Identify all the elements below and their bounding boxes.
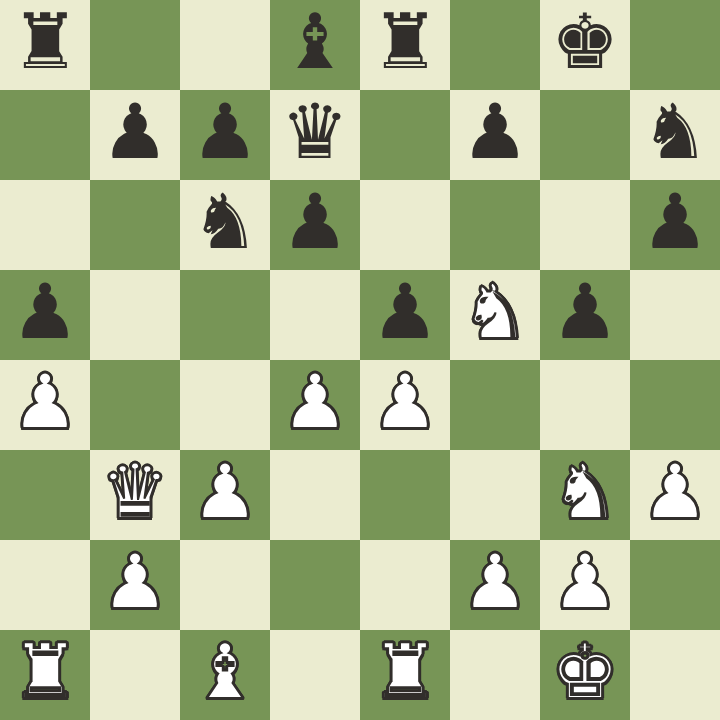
black-knight[interactable]: ♞	[641, 87, 709, 177]
square-d4[interactable]: ♟	[270, 360, 360, 450]
square-g8[interactable]: ♚	[540, 0, 630, 90]
black-pawn[interactable]: ♟	[641, 177, 709, 267]
square-c6[interactable]: ♞	[180, 180, 270, 270]
square-h6[interactable]: ♟	[630, 180, 720, 270]
black-pawn[interactable]: ♟	[191, 87, 259, 177]
square-e3[interactable]	[360, 450, 450, 540]
black-pawn[interactable]: ♟	[461, 87, 529, 177]
black-pawn[interactable]: ♟	[101, 87, 169, 177]
black-knight[interactable]: ♞	[191, 177, 259, 267]
white-pawn[interactable]: ♟	[551, 537, 619, 627]
white-bishop[interactable]: ♝	[191, 627, 259, 717]
square-b3[interactable]: ♛	[90, 450, 180, 540]
square-e2[interactable]	[360, 540, 450, 630]
square-c3[interactable]: ♟	[180, 450, 270, 540]
square-g5[interactable]: ♟	[540, 270, 630, 360]
square-c2[interactable]	[180, 540, 270, 630]
square-d2[interactable]	[270, 540, 360, 630]
square-e4[interactable]: ♟	[360, 360, 450, 450]
black-rook[interactable]: ♜	[371, 0, 439, 87]
black-rook[interactable]: ♜	[11, 0, 79, 87]
square-h1[interactable]	[630, 630, 720, 720]
square-d7[interactable]: ♛	[270, 90, 360, 180]
square-e7[interactable]	[360, 90, 450, 180]
square-c7[interactable]: ♟	[180, 90, 270, 180]
black-queen[interactable]: ♛	[281, 87, 349, 177]
square-d6[interactable]: ♟	[270, 180, 360, 270]
square-f2[interactable]: ♟	[450, 540, 540, 630]
black-pawn[interactable]: ♟	[281, 177, 349, 267]
square-c1[interactable]: ♝	[180, 630, 270, 720]
square-d1[interactable]	[270, 630, 360, 720]
square-b2[interactable]: ♟	[90, 540, 180, 630]
square-d8[interactable]: ♝	[270, 0, 360, 90]
white-knight[interactable]: ♞	[551, 447, 619, 537]
square-f1[interactable]	[450, 630, 540, 720]
square-a6[interactable]	[0, 180, 90, 270]
square-b6[interactable]	[90, 180, 180, 270]
white-knight[interactable]: ♞	[461, 267, 529, 357]
white-pawn[interactable]: ♟	[281, 357, 349, 447]
square-e5[interactable]: ♟	[360, 270, 450, 360]
square-a3[interactable]	[0, 450, 90, 540]
square-c4[interactable]	[180, 360, 270, 450]
square-e8[interactable]: ♜	[360, 0, 450, 90]
square-f4[interactable]	[450, 360, 540, 450]
square-h2[interactable]	[630, 540, 720, 630]
square-h3[interactable]: ♟	[630, 450, 720, 540]
white-pawn[interactable]: ♟	[461, 537, 529, 627]
square-f8[interactable]	[450, 0, 540, 90]
square-h4[interactable]	[630, 360, 720, 450]
square-h7[interactable]: ♞	[630, 90, 720, 180]
square-g1[interactable]: ♚	[540, 630, 630, 720]
square-a5[interactable]: ♟	[0, 270, 90, 360]
square-g4[interactable]	[540, 360, 630, 450]
square-f3[interactable]	[450, 450, 540, 540]
square-b7[interactable]: ♟	[90, 90, 180, 180]
square-e6[interactable]	[360, 180, 450, 270]
square-b1[interactable]	[90, 630, 180, 720]
white-pawn[interactable]: ♟	[191, 447, 259, 537]
square-g6[interactable]	[540, 180, 630, 270]
square-b4[interactable]	[90, 360, 180, 450]
square-g2[interactable]: ♟	[540, 540, 630, 630]
square-a4[interactable]: ♟	[0, 360, 90, 450]
white-pawn[interactable]: ♟	[11, 357, 79, 447]
white-rook[interactable]: ♜	[371, 627, 439, 717]
square-g7[interactable]	[540, 90, 630, 180]
white-pawn[interactable]: ♟	[101, 537, 169, 627]
square-d3[interactable]	[270, 450, 360, 540]
white-pawn[interactable]: ♟	[641, 447, 709, 537]
square-e1[interactable]: ♜	[360, 630, 450, 720]
chess-board: ♜♝♜♚♟♟♛♟♞♞♟♟♟♟♞♟♟♟♟♛♟♞♟♟♟♟♜♝♜♚	[0, 0, 720, 720]
black-pawn[interactable]: ♟	[11, 267, 79, 357]
square-b5[interactable]	[90, 270, 180, 360]
black-pawn[interactable]: ♟	[551, 267, 619, 357]
square-d5[interactable]	[270, 270, 360, 360]
white-rook[interactable]: ♜	[11, 627, 79, 717]
square-a2[interactable]	[0, 540, 90, 630]
white-queen[interactable]: ♛	[101, 447, 169, 537]
square-f7[interactable]: ♟	[450, 90, 540, 180]
square-f5[interactable]: ♞	[450, 270, 540, 360]
white-king[interactable]: ♚	[551, 627, 619, 717]
square-c5[interactable]	[180, 270, 270, 360]
square-h5[interactable]	[630, 270, 720, 360]
square-c8[interactable]	[180, 0, 270, 90]
black-bishop[interactable]: ♝	[281, 0, 349, 87]
square-h8[interactable]	[630, 0, 720, 90]
square-b8[interactable]	[90, 0, 180, 90]
square-g3[interactable]: ♞	[540, 450, 630, 540]
black-king[interactable]: ♚	[551, 0, 619, 87]
square-a8[interactable]: ♜	[0, 0, 90, 90]
white-pawn[interactable]: ♟	[371, 357, 439, 447]
square-f6[interactable]	[450, 180, 540, 270]
square-a1[interactable]: ♜	[0, 630, 90, 720]
square-a7[interactable]	[0, 90, 90, 180]
black-pawn[interactable]: ♟	[371, 267, 439, 357]
